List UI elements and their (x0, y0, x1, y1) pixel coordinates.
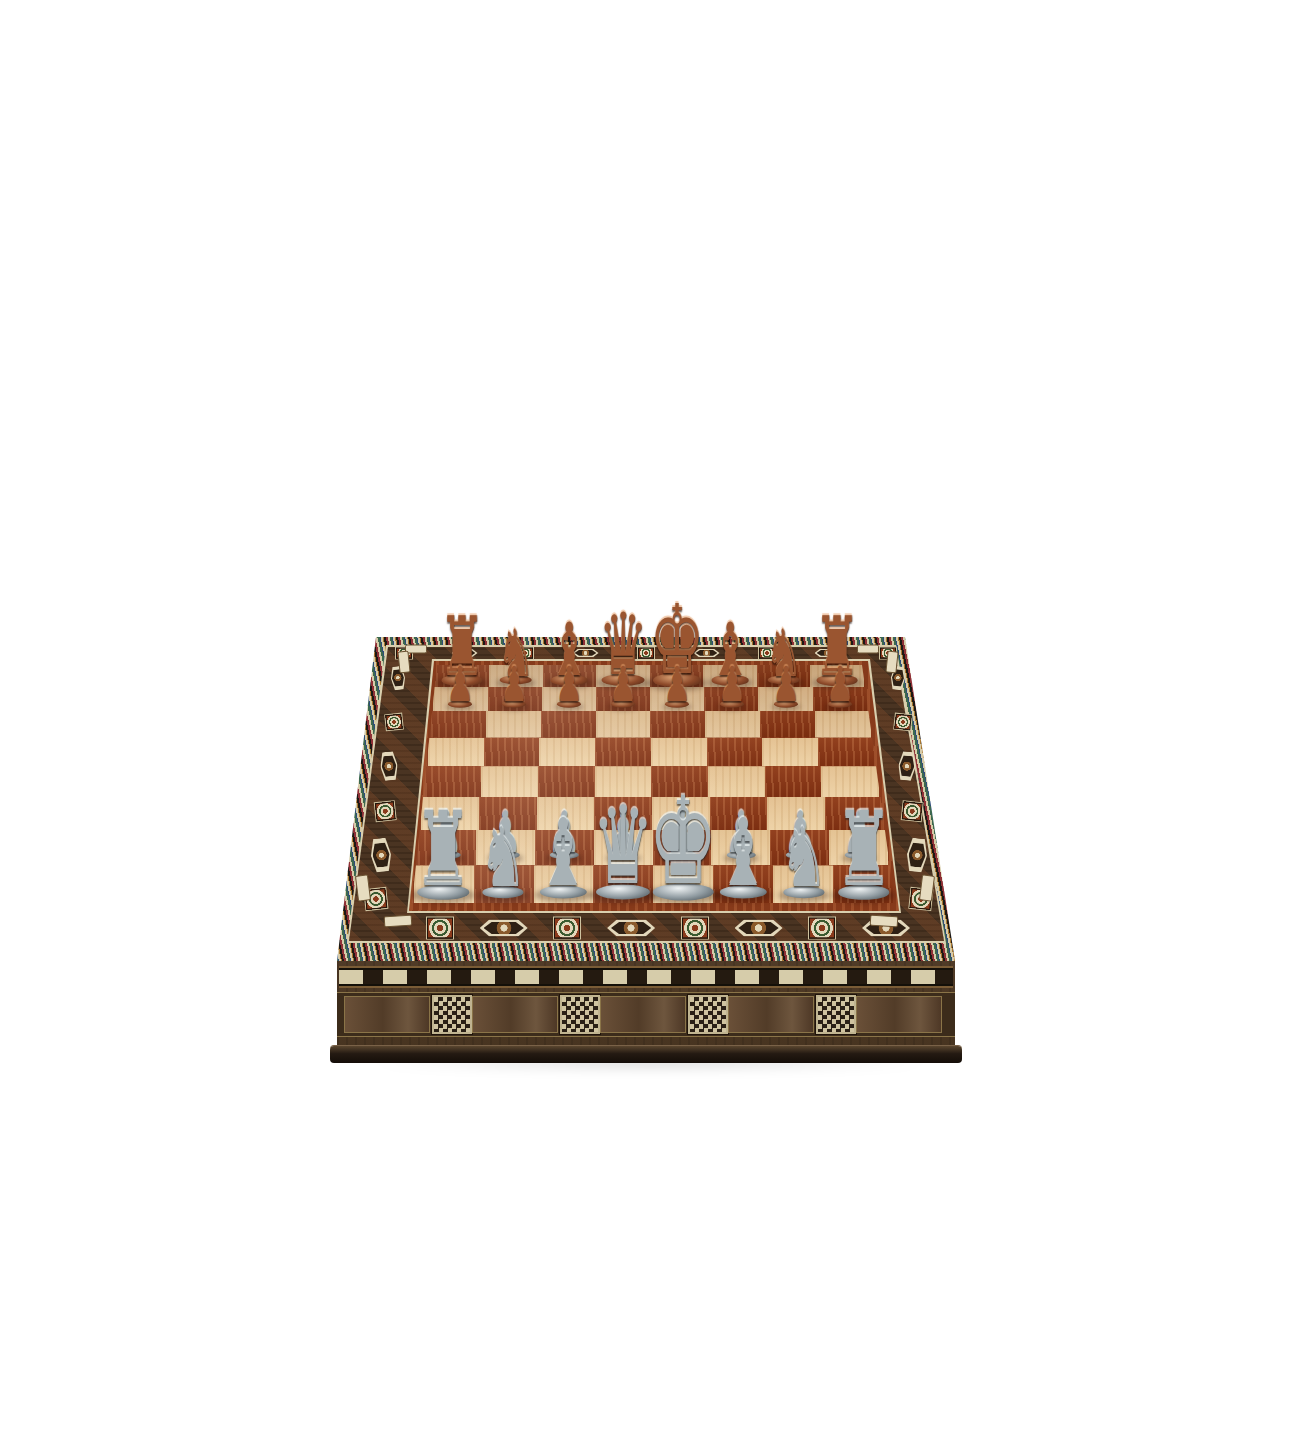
piece-white-knight-b1: ♞ (479, 820, 526, 896)
piece-black-pawn-a7: ♟ (446, 662, 474, 706)
piece-white-bishop-f1: ♝ (717, 811, 770, 896)
piece-white-bishop-c1: ♝ (537, 811, 590, 896)
piece-black-pawn-e7: ♟ (663, 662, 691, 706)
piece-black-pawn-d7: ♟ (609, 662, 637, 706)
piece-white-rook-h1: ♜ (834, 802, 893, 897)
piece-black-pawn-c7: ♟ (555, 662, 583, 706)
piece-white-king-e1: ♚ (649, 786, 718, 897)
product-photo-page: ♜♞♝♛♚♝♞♜♟♟♟♟♟♟♟♟♟♟♟♟♟♟♟♟♜♞♝♛♚♝♞♜ (0, 0, 1300, 1430)
pieces-layer: ♜♞♝♛♚♝♞♜♟♟♟♟♟♟♟♟♟♟♟♟♟♟♟♟♜♞♝♛♚♝♞♜ (0, 0, 1300, 1430)
piece-white-rook-a1: ♜ (414, 802, 473, 897)
piece-white-queen-d1: ♛ (592, 798, 654, 898)
piece-black-pawn-h7: ♟ (826, 662, 854, 706)
piece-black-pawn-g7: ♟ (772, 662, 800, 706)
piece-black-pawn-f7: ♟ (718, 662, 746, 706)
piece-black-pawn-b7: ♟ (500, 662, 528, 706)
piece-white-knight-g1: ♞ (780, 820, 827, 896)
